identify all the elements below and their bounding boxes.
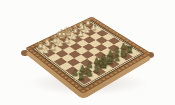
chess-set-product-photo: ♜♟♟♜♞♟♟♞♝♟♟♝♛♟♟♛♚♟♟♚♝♟♟♝♞♟♟♞♜♟♟♜ (0, 0, 175, 105)
white-pawn: ♟ (42, 47, 49, 55)
black-rook: ♜ (77, 72, 86, 82)
white-pawn: ♟ (71, 33, 78, 41)
square-h3 (48, 54, 61, 62)
white-pawn: ♟ (90, 24, 97, 32)
white-pawn: ♟ (84, 27, 91, 35)
white-pawn: ♟ (57, 40, 64, 48)
white-pawn: ♟ (50, 43, 57, 51)
white-pawn: ♟ (77, 30, 84, 38)
white-pawn: ♟ (64, 36, 71, 44)
square-a8: ♜ (126, 49, 139, 57)
